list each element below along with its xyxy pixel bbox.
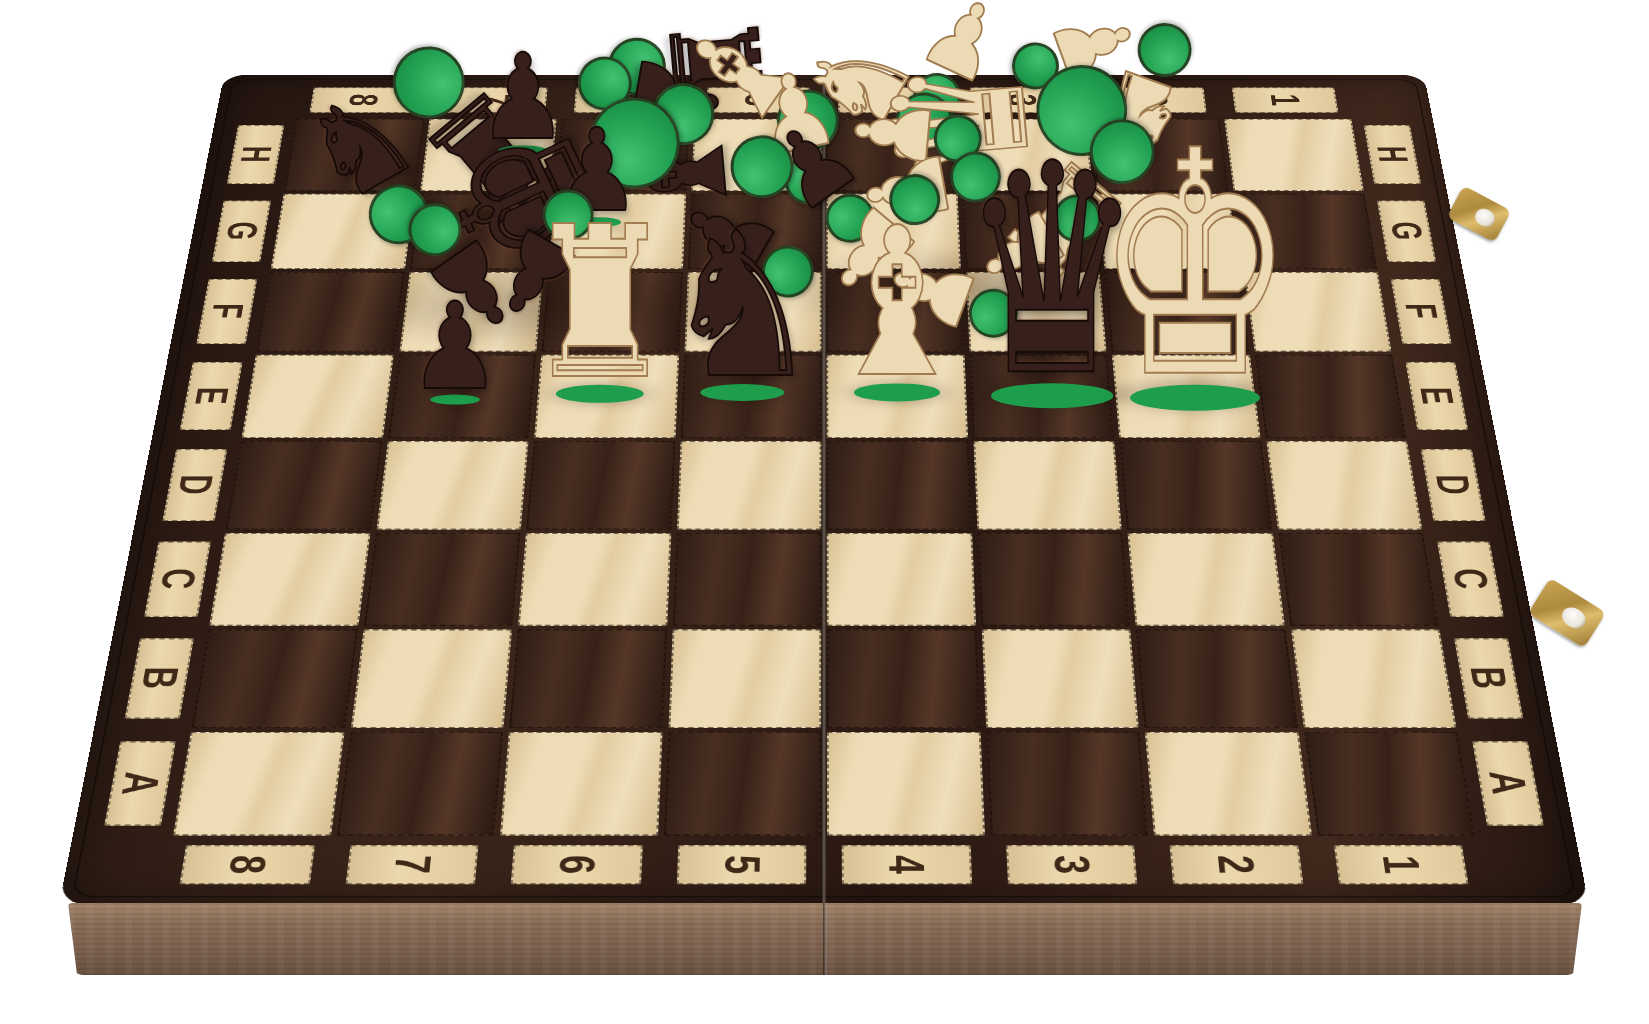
piece-white-king-standing[interactable]: ♚: [1056, 123, 1334, 408]
black-pawn-glyph: ♟: [409, 292, 500, 402]
white-rook-glyph: ♜: [525, 207, 676, 400]
piece-white-rook-standing[interactable]: ♜: [506, 207, 694, 400]
white-king-glyph: ♚: [1095, 123, 1295, 408]
scene: 87654321HHGGFFEEDDCCBBAA87654321 ♟♟♜♝♟♞♞…: [0, 0, 1649, 1024]
pieces-overlay: ♟♟♜♝♟♞♞♛♜♟♟♝♟♞♝♚♟♟♜♟♟♟♟♟♟♟♝♞♜♟♛♚: [0, 0, 1649, 1024]
piece-black-pawn-standing[interactable]: ♟: [401, 292, 509, 402]
